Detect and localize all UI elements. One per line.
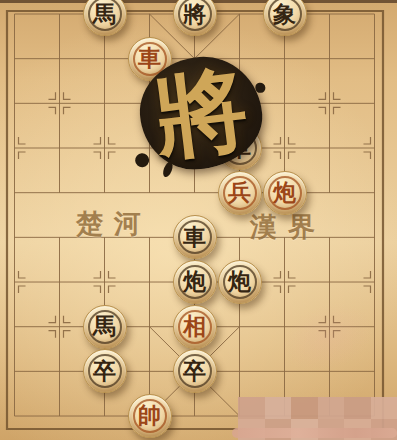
piece-black-cannon[interactable]: 炮 bbox=[173, 260, 217, 304]
piece-glyph: 馬 bbox=[93, 314, 116, 337]
piece-glyph: 炮 bbox=[183, 269, 206, 292]
ink-splat-icon bbox=[135, 153, 150, 168]
blur-block bbox=[371, 397, 397, 419]
piece-glyph: 炮 bbox=[228, 269, 251, 292]
blur-block bbox=[318, 397, 345, 419]
piece-glyph: 卒 bbox=[183, 359, 206, 382]
piece-glyph: 象 bbox=[273, 2, 296, 25]
piece-glyph: 相 bbox=[183, 314, 206, 337]
blur-block bbox=[265, 397, 292, 419]
xiangqi-app-screen: 楚河 漢界 馬將象車車兵炮車炮炮馬相卒卒帥 將 bbox=[0, 0, 397, 440]
piece-black-soldier[interactable]: 卒 bbox=[173, 349, 217, 393]
piece-red-soldier[interactable]: 兵 bbox=[218, 171, 262, 215]
piece-black-horse[interactable]: 馬 bbox=[83, 305, 127, 349]
piece-glyph: 卒 bbox=[93, 359, 116, 382]
piece-glyph: 炮 bbox=[273, 180, 296, 203]
check-announcement-banner: 將 bbox=[136, 53, 266, 173]
piece-glyph: 將 bbox=[183, 2, 206, 25]
blur-block bbox=[238, 397, 265, 419]
piece-red-general[interactable]: 帥 bbox=[128, 394, 172, 438]
piece-glyph: 帥 bbox=[138, 403, 161, 426]
piece-glyph: 車 bbox=[183, 225, 206, 248]
piece-black-cannon[interactable]: 炮 bbox=[218, 260, 262, 304]
piece-black-chariot[interactable]: 車 bbox=[173, 215, 217, 259]
piece-red-elephant[interactable]: 相 bbox=[173, 305, 217, 349]
blur-block bbox=[344, 397, 371, 419]
piece-red-cannon[interactable]: 炮 bbox=[263, 171, 307, 215]
censored-blur-strip bbox=[232, 428, 397, 438]
blur-block bbox=[291, 397, 318, 419]
piece-black-elephant[interactable]: 象 bbox=[263, 0, 307, 36]
check-banner-text: 將 bbox=[150, 62, 253, 165]
piece-glyph: 兵 bbox=[228, 180, 251, 203]
piece-black-soldier[interactable]: 卒 bbox=[83, 349, 127, 393]
piece-glyph: 馬 bbox=[93, 2, 116, 25]
piece-black-general[interactable]: 將 bbox=[173, 0, 217, 36]
piece-black-horse[interactable]: 馬 bbox=[83, 0, 127, 36]
